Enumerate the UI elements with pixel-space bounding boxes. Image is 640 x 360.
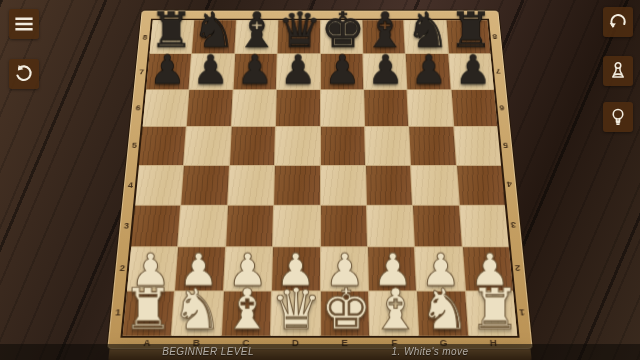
square-e4[interactable] (321, 165, 366, 204)
square-d4[interactable] (274, 165, 319, 204)
square-f7[interactable]: ♟ (363, 54, 406, 89)
square-d1[interactable]: ♛ (271, 291, 319, 336)
piece-white-bishop[interactable]: ♝ (222, 281, 270, 338)
rank-label-5: 5 (497, 127, 514, 165)
square-g6[interactable] (408, 90, 453, 126)
square-b3[interactable] (179, 206, 227, 247)
piece-black-pawn[interactable]: ♟ (190, 50, 233, 90)
undo-button[interactable] (603, 7, 633, 37)
square-f5[interactable] (365, 127, 410, 165)
square-h3[interactable] (460, 206, 509, 247)
square-h4[interactable] (457, 165, 505, 204)
square-e7[interactable]: ♟ (320, 54, 363, 89)
square-b5[interactable] (184, 127, 230, 165)
square-e6[interactable] (320, 90, 363, 126)
square-d6[interactable] (276, 90, 319, 126)
square-e1[interactable]: ♚ (321, 291, 369, 336)
lightbulb-icon (607, 106, 629, 128)
square-e3[interactable] (321, 206, 367, 247)
rotate-board-button[interactable] (9, 59, 39, 89)
piece-black-pawn[interactable]: ♟ (233, 50, 276, 90)
square-b4[interactable] (182, 165, 229, 204)
piece-white-king[interactable]: ♚ (321, 281, 369, 338)
square-f1[interactable]: ♝ (369, 291, 418, 336)
square-b7[interactable]: ♟ (190, 54, 234, 89)
piece-black-pawn[interactable]: ♟ (364, 50, 407, 90)
square-h6[interactable] (451, 90, 497, 126)
piece-black-pawn[interactable]: ♟ (277, 50, 320, 90)
pawn-outline-icon (607, 60, 629, 82)
square-f4[interactable] (366, 165, 412, 204)
piece-black-pawn[interactable]: ♟ (320, 50, 363, 90)
square-c5[interactable] (230, 127, 275, 165)
board-squares: ♜♞♝♛♚♝♞♜♟♟♟♟♟♟♟♟♟♟♟♟♟♟♟♟♜♞♝♛♚♝♞♜ (123, 20, 517, 336)
piece-white-bishop[interactable]: ♝ (370, 281, 418, 338)
rank-label-8: 8 (487, 20, 502, 54)
square-g7[interactable]: ♟ (406, 54, 450, 89)
piece-black-pawn[interactable]: ♟ (146, 50, 189, 90)
square-a3[interactable] (131, 206, 180, 247)
square-g3[interactable] (413, 206, 461, 247)
move-status: 1. White's move (342, 344, 518, 360)
table-background: { "game": "chess", "app_title": "Chess",… (0, 0, 640, 360)
single-player-button[interactable] (603, 56, 633, 86)
menu-button[interactable] (9, 9, 39, 39)
piece-white-queen[interactable]: ♛ (271, 281, 319, 338)
square-c7[interactable]: ♟ (233, 54, 276, 89)
rank-label-3: 3 (505, 205, 523, 247)
square-h5[interactable] (454, 127, 501, 165)
square-a5[interactable] (139, 127, 186, 165)
square-e5[interactable] (320, 127, 364, 165)
square-g4[interactable] (411, 165, 458, 204)
square-a1[interactable]: ♜ (123, 291, 175, 336)
square-d3[interactable] (273, 206, 319, 247)
square-c6[interactable] (232, 90, 276, 126)
square-a6[interactable] (143, 90, 189, 126)
piece-white-rook[interactable]: ♜ (123, 281, 171, 338)
square-f3[interactable] (367, 206, 414, 247)
square-a7[interactable]: ♟ (146, 54, 191, 89)
piece-white-knight[interactable]: ♞ (172, 281, 220, 338)
square-c1[interactable]: ♝ (222, 291, 271, 336)
undo-arrow-icon (607, 11, 629, 33)
square-c4[interactable] (228, 165, 274, 204)
square-d7[interactable]: ♟ (277, 54, 320, 89)
square-f6[interactable] (364, 90, 408, 126)
square-h7[interactable]: ♟ (449, 54, 494, 89)
rank-label-7: 7 (490, 54, 506, 89)
square-a4[interactable] (135, 165, 183, 204)
piece-black-pawn[interactable]: ♟ (451, 50, 494, 90)
level-label: BEGINNER LEVEL (120, 344, 296, 360)
piece-white-knight[interactable]: ♞ (420, 281, 468, 338)
piece-white-rook[interactable]: ♜ (469, 281, 517, 338)
status-bar: BEGINNER LEVEL 1. White's move (0, 344, 640, 360)
square-b6[interactable] (187, 90, 232, 126)
square-h1[interactable]: ♜ (466, 291, 518, 336)
square-g5[interactable] (409, 127, 455, 165)
square-b1[interactable]: ♞ (172, 291, 222, 336)
hamburger-icon (13, 13, 35, 35)
piece-black-pawn[interactable]: ♟ (408, 50, 451, 90)
chess-board: ♜♞♝♛♚♝♞♜♟♟♟♟♟♟♟♟♟♟♟♟♟♟♟♟♜♞♝♛♚♝♞♜ 8765432… (106, 10, 534, 350)
square-d5[interactable] (275, 127, 319, 165)
square-c3[interactable] (226, 206, 273, 247)
rank-label-6: 6 (494, 90, 510, 127)
board-frame: ♜♞♝♛♚♝♞♜♟♟♟♟♟♟♟♟♟♟♟♟♟♟♟♟♜♞♝♛♚♝♞♜ 8765432… (106, 10, 534, 350)
square-g1[interactable]: ♞ (417, 291, 467, 336)
hint-button[interactable] (603, 102, 633, 132)
rotate-icon (13, 63, 35, 85)
